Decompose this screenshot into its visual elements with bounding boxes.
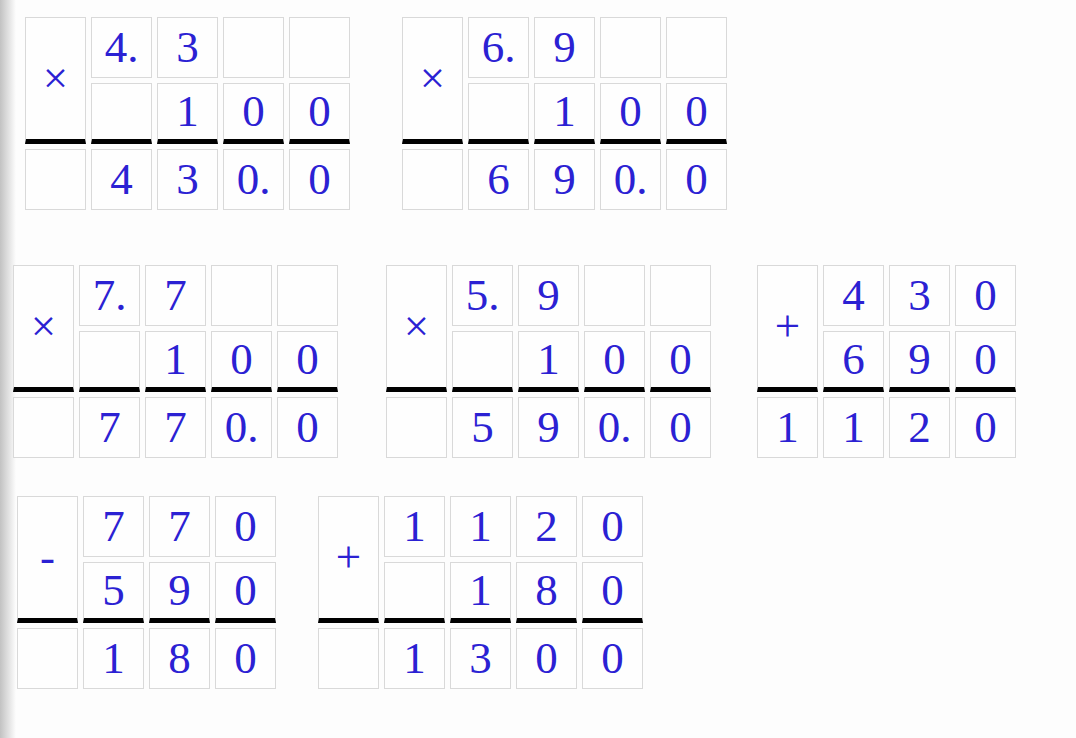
cell: 0	[666, 83, 727, 144]
cell: 1	[757, 397, 818, 458]
cell	[79, 331, 140, 392]
grid-row: - 7 7 0	[17, 496, 276, 557]
grid-row: 7 7 0. 0	[13, 397, 338, 458]
operator-times: ×	[386, 265, 447, 392]
grid-row: 1 3 0 0	[318, 628, 643, 689]
cell: 4.	[91, 17, 152, 78]
cell: 0.	[223, 149, 284, 210]
cell: 7	[149, 496, 210, 557]
cell	[384, 562, 445, 623]
cell: 3	[889, 265, 950, 326]
grid-row: × 7. 7	[13, 265, 338, 326]
worksheet-row-3: - 7 7 0 5 9 0 1 8 0 + 1 1 2 0 1 8 0	[0, 491, 1076, 694]
cell: 6.	[468, 17, 529, 78]
grid-row: + 4 3 0	[757, 265, 1016, 326]
cell: 3	[157, 17, 218, 78]
cell: 1	[83, 628, 144, 689]
grid-row: × 4. 3	[25, 17, 350, 78]
operator-plus: +	[318, 496, 379, 623]
cell	[223, 17, 284, 78]
cell	[277, 265, 338, 326]
cell: 1	[450, 496, 511, 557]
cell: 1	[145, 331, 206, 392]
cell: 0	[582, 562, 643, 623]
operator-plus: +	[757, 265, 818, 392]
cell: 6	[823, 331, 884, 392]
cell: 4	[91, 149, 152, 210]
worksheet-row-2: × 7. 7 1 0 0 7 7 0. 0 × 5. 9	[0, 260, 1076, 463]
grid-row: 5 9 0. 0	[386, 397, 711, 458]
cell: 0	[289, 149, 350, 210]
cell	[468, 83, 529, 144]
grid-multiply-7.7-by-100: × 7. 7 1 0 0 7 7 0. 0	[8, 260, 343, 463]
cell	[402, 149, 463, 210]
cell: 0	[516, 628, 577, 689]
cell	[584, 265, 645, 326]
cell: 0	[277, 331, 338, 392]
grid-row: 6 9 0. 0	[402, 149, 727, 210]
cell: 1	[534, 83, 595, 144]
cell: 0.	[600, 149, 661, 210]
grid-row: + 1 1 2 0	[318, 496, 643, 557]
cell: 7	[83, 496, 144, 557]
cell	[211, 265, 272, 326]
cell: 9	[534, 149, 595, 210]
cell: 5	[452, 397, 513, 458]
cell: 0	[650, 331, 711, 392]
grid-row: 1 8 0	[17, 628, 276, 689]
cell: 2	[516, 496, 577, 557]
cell: 0	[600, 83, 661, 144]
operator-minus: -	[17, 496, 78, 623]
cell: 0.	[211, 397, 272, 458]
cell: 1	[450, 562, 511, 623]
cell: 7	[145, 397, 206, 458]
cell: 8	[516, 562, 577, 623]
grid-multiply-4.3-by-100: × 4. 3 1 0 0 4 3 0. 0	[20, 12, 355, 215]
grid-multiply-6.9-by-100: × 6. 9 1 0 0 6 9 0. 0	[397, 12, 732, 215]
cell: 0	[215, 562, 276, 623]
cell: 2	[889, 397, 950, 458]
cell: 3	[157, 149, 218, 210]
cell: 0	[223, 83, 284, 144]
grid-add-1120-plus-180: + 1 1 2 0 1 8 0 1 3 0 0	[313, 491, 648, 694]
cell: 0	[582, 496, 643, 557]
cell: 0	[215, 496, 276, 557]
cell: 9	[518, 397, 579, 458]
grid-row: 4 3 0. 0	[25, 149, 350, 210]
cell: 6	[468, 149, 529, 210]
cell	[600, 17, 661, 78]
worksheet-row-1: × 4. 3 1 0 0 4 3 0. 0 × 6. 9	[0, 12, 1076, 215]
cell: 7	[145, 265, 206, 326]
cell: 9	[889, 331, 950, 392]
cell: 0	[955, 331, 1016, 392]
grid-multiply-5.9-by-100: × 5. 9 1 0 0 5 9 0. 0	[381, 260, 716, 463]
cell	[91, 83, 152, 144]
cell: 1	[384, 496, 445, 557]
cell: 0	[666, 149, 727, 210]
cell	[25, 149, 86, 210]
cell: 1	[518, 331, 579, 392]
cell: 5	[83, 562, 144, 623]
grid-row: 1 1 2 0	[757, 397, 1016, 458]
cell: 0	[584, 331, 645, 392]
cell: 8	[149, 628, 210, 689]
grid-row: × 6. 9	[402, 17, 727, 78]
cell: 1	[384, 628, 445, 689]
operator-times: ×	[25, 17, 86, 144]
cell: 0	[277, 397, 338, 458]
cell	[13, 397, 74, 458]
cell: 5.	[452, 265, 513, 326]
operator-times: ×	[13, 265, 74, 392]
cell: 0	[215, 628, 276, 689]
cell: 9	[534, 17, 595, 78]
cell	[289, 17, 350, 78]
cell: 1	[823, 397, 884, 458]
cell: 0	[650, 397, 711, 458]
cell: 0	[582, 628, 643, 689]
cell: 7	[79, 397, 140, 458]
cell	[17, 628, 78, 689]
cell: 0.	[584, 397, 645, 458]
cell: 9	[518, 265, 579, 326]
cell	[318, 628, 379, 689]
cell: 4	[823, 265, 884, 326]
cell: 1	[157, 83, 218, 144]
cell: 9	[149, 562, 210, 623]
cell: 0	[211, 331, 272, 392]
cell: 7.	[79, 265, 140, 326]
cell	[650, 265, 711, 326]
cell	[452, 331, 513, 392]
cell: 0	[955, 397, 1016, 458]
grid-subtract-770-minus-590: - 7 7 0 5 9 0 1 8 0	[12, 491, 281, 694]
grid-row: × 5. 9	[386, 265, 711, 326]
grid-add-430-plus-690: + 4 3 0 6 9 0 1 1 2 0	[752, 260, 1021, 463]
cell: 0	[289, 83, 350, 144]
operator-times: ×	[402, 17, 463, 144]
cell	[666, 17, 727, 78]
cell: 0	[955, 265, 1016, 326]
cell	[386, 397, 447, 458]
cell: 3	[450, 628, 511, 689]
